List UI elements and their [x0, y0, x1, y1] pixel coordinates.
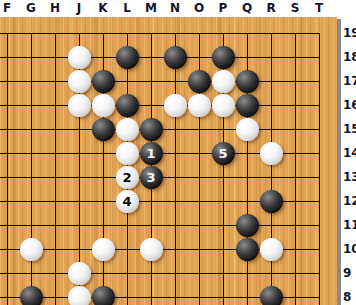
- stone-white-K10: [92, 238, 115, 261]
- column-label-T: T: [309, 1, 329, 16]
- grid-hline-18: [0, 57, 320, 58]
- column-label-J: J: [69, 1, 89, 16]
- column-label-H: H: [45, 1, 65, 16]
- stone-black-M14: 1: [140, 142, 163, 165]
- stone-white-R14: [260, 142, 283, 165]
- column-label-G: G: [21, 1, 41, 16]
- grid-vline-S: [295, 33, 296, 305]
- stone-white-K16: [92, 94, 115, 117]
- column-label-R: R: [261, 1, 281, 16]
- stone-black-K15: [92, 118, 115, 141]
- stone-white-P16: [212, 94, 235, 117]
- stone-white-M10: [140, 238, 163, 261]
- row-label-17: 17: [343, 73, 356, 89]
- stone-white-Q15: [236, 118, 259, 141]
- go-board-screenshot: FGHJKLMNOPQRST 1918171615141312111098135…: [0, 0, 356, 305]
- row-label-19: 19: [343, 25, 356, 41]
- stone-black-K17: [92, 70, 115, 93]
- column-label-L: L: [117, 1, 137, 16]
- row-label-14: 14: [343, 145, 356, 161]
- stone-white-L15: [116, 118, 139, 141]
- stone-white-J8: [68, 286, 91, 305]
- row-label-10: 10: [343, 241, 356, 257]
- move-number-2: 2: [116, 166, 139, 189]
- stone-black-L16: [116, 94, 139, 117]
- column-label-Q: Q: [237, 1, 257, 16]
- row-label-18: 18: [343, 49, 356, 65]
- stone-black-Q17: [236, 70, 259, 93]
- column-label-strip: FGHJKLMNOPQRST: [0, 0, 356, 17]
- column-label-F: F: [0, 1, 17, 16]
- row-label-16: 16: [343, 97, 356, 113]
- row-label-9: 9: [343, 265, 356, 281]
- grid-hline-16: [0, 105, 320, 106]
- column-label-M: M: [141, 1, 161, 16]
- row-label-15: 15: [343, 121, 356, 137]
- stone-black-Q11: [236, 214, 259, 237]
- grid-hline-19: [0, 33, 320, 34]
- stone-white-G10: [20, 238, 43, 261]
- stone-black-M13: 3: [140, 166, 163, 189]
- stone-black-O17: [188, 70, 211, 93]
- row-label-11: 11: [343, 217, 356, 233]
- stone-black-R12: [260, 190, 283, 213]
- stone-white-J18: [68, 46, 91, 69]
- move-number-3: 3: [140, 166, 163, 189]
- stone-black-R8: [260, 286, 283, 305]
- grid-hline-17: [0, 81, 320, 82]
- stone-black-G8: [20, 286, 43, 305]
- row-label-12: 12: [343, 193, 356, 209]
- stone-white-J9: [68, 262, 91, 285]
- stone-white-L13: 2: [116, 166, 139, 189]
- grid-vline-G: [31, 33, 32, 305]
- column-label-S: S: [285, 1, 305, 16]
- grid-hline-11: [0, 225, 320, 226]
- column-label-P: P: [213, 1, 233, 16]
- row-label-13: 13: [343, 169, 356, 185]
- grid-vline-H: [55, 33, 56, 305]
- stone-black-L18: [116, 46, 139, 69]
- stone-white-J16: [68, 94, 91, 117]
- stone-black-K8: [92, 286, 115, 305]
- stone-black-N18: [164, 46, 187, 69]
- stone-black-Q10: [236, 238, 259, 261]
- column-label-K: K: [93, 1, 113, 16]
- stone-white-N16: [164, 94, 187, 117]
- move-number-5: 5: [212, 142, 235, 165]
- grid-vline-T: [319, 33, 320, 305]
- column-label-O: O: [189, 1, 209, 16]
- grid-vline-N: [175, 33, 176, 305]
- row-label-8: 8: [343, 289, 356, 305]
- move-number-4: 4: [116, 190, 139, 213]
- grid-hline-9: [0, 273, 320, 274]
- grid-vline-R: [271, 33, 272, 305]
- grid-vline-F: [7, 33, 8, 305]
- stone-black-P18: [212, 46, 235, 69]
- stone-black-M15: [140, 118, 163, 141]
- column-label-N: N: [165, 1, 185, 16]
- stone-black-Q16: [236, 94, 259, 117]
- stone-white-L14: [116, 142, 139, 165]
- stone-white-L12: 4: [116, 190, 139, 213]
- stone-white-R10: [260, 238, 283, 261]
- stone-black-P14: 5: [212, 142, 235, 165]
- move-number-1: 1: [140, 142, 163, 165]
- stone-white-P17: [212, 70, 235, 93]
- stone-white-O16: [188, 94, 211, 117]
- stone-white-J17: [68, 70, 91, 93]
